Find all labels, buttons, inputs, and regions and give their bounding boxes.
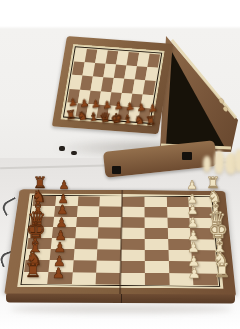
chess-piece-back-rank: ♞ (76, 110, 88, 124)
chess-piece-white-pawn: ♟ (187, 180, 198, 192)
chess-piece-brown-pawn: ♟ (59, 180, 70, 192)
chess-piece-back-rank: ♜ (145, 115, 157, 129)
chess-piece-pawn-row: ♟ (137, 102, 147, 113)
chess-piece-pawn-row: ♟ (125, 101, 135, 112)
magnetic-pieces: ♟♟♟♟♟♟♟♟♜♞♝♛♚♝♞♜ (61, 44, 165, 126)
product-photo: ♟♟♟♟♟♟♟♟♜♞♝♛♚♝♞♜ ♜♟♟♜♞♟♟♞♝♟♟♝ (0, 0, 240, 329)
chess-piece-pawn-row: ♟ (91, 98, 101, 109)
chess-piece-back-rank: ♜ (65, 109, 77, 123)
chess-piece-pawn-row: ♟ (148, 102, 158, 113)
chess-piece-back-rank: ♝ (122, 114, 134, 128)
folded-chessboard-panel: ♟♟♟♟♟♟♟♟♜♞♝♛♚♝♞♜ (52, 36, 174, 134)
chess-piece-brown-pawn: ♟ (52, 266, 65, 280)
chess-piece-pawn-row: ♟ (80, 97, 90, 108)
chess-piece-brown-back: ♜ (25, 261, 42, 280)
chess-piece-white-pawn: ♟ (188, 266, 201, 280)
chess-piece-back-rank: ♞ (133, 115, 145, 129)
chess-piece-white-back: ♜ (214, 261, 231, 280)
open-board-photo: ♜♟♟♜♞♟♟♞♝♟♟♝♛♟♟♛♚♟♟♚♝♟♟♝♞♟♟♞♜♟♟♜ (0, 158, 240, 329)
chess-piece-pawn-row: ♟ (68, 97, 78, 108)
board-foot (59, 146, 65, 151)
folded-board-photo: ♟♟♟♟♟♟♟♟♜♞♝♛♚♝♞♜ (0, 0, 240, 158)
chess-pieces: ♜♟♟♜♞♟♟♞♝♟♟♝♛♟♟♛♚♟♟♚♝♟♟♝♞♟♟♞♜♟♟♜ (0, 158, 240, 329)
board-foot (71, 151, 77, 155)
maple-border: ♟♟♟♟♟♟♟♟♜♞♝♛♚♝♞♜ (61, 44, 165, 126)
chess-piece-back-rank: ♝ (88, 111, 100, 125)
